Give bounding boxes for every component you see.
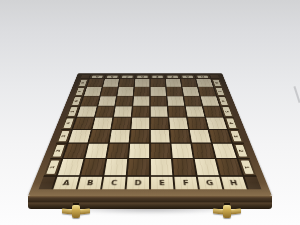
board-grid: ABCDEFGH8877665544332211ABCDEFGH [39, 75, 262, 189]
square-a4 [73, 118, 94, 129]
square-f8 [166, 79, 181, 87]
coordinate-text: F [171, 76, 174, 78]
square-d6 [133, 96, 149, 105]
square-b3 [89, 130, 110, 143]
coordinate-text: 2 [56, 149, 62, 152]
square-b4 [93, 118, 113, 129]
square-d1 [128, 159, 149, 175]
square-f7 [167, 87, 183, 95]
square-f4 [169, 118, 188, 129]
square-c1 [104, 159, 127, 175]
file-label-bottom-g: G [198, 177, 223, 190]
coordinate-text: 5 [70, 110, 75, 112]
square-d8 [135, 79, 150, 87]
square-b6 [98, 96, 116, 105]
square-a8 [87, 79, 104, 87]
square-f2 [171, 144, 192, 158]
rank-label-right-4: 4 [225, 118, 239, 129]
rank-label-right-5: 5 [221, 106, 234, 116]
coordinate-text: 5 [225, 110, 230, 112]
square-c4 [112, 118, 131, 129]
file-label-bottom-f: F [174, 177, 198, 190]
square-e1 [151, 159, 172, 175]
coordinate-text: 4 [229, 122, 234, 124]
square-h4 [206, 118, 227, 129]
rank-label-right-8: 8 [212, 79, 223, 87]
coordinate-text: 1 [50, 166, 56, 169]
square-f6 [167, 96, 184, 105]
square-c3 [110, 130, 130, 143]
square-g5 [186, 106, 205, 116]
coordinate-text: 3 [61, 135, 67, 137]
square-g2 [192, 144, 214, 158]
square-h2 [213, 144, 237, 158]
clasp-knob-icon [223, 205, 231, 218]
square-e3 [151, 130, 170, 143]
square-e2 [151, 144, 171, 158]
frame-corner [245, 177, 262, 190]
board-top-surface: ABCDEFGH8877665544332211ABCDEFGH [28, 73, 272, 196]
file-label-bottom-e: E [151, 177, 174, 190]
coordinate-text: A [96, 76, 99, 78]
brass-clasp-left [62, 203, 90, 218]
square-c2 [107, 144, 128, 158]
square-e8 [151, 79, 166, 87]
file-label-top-c: C [120, 75, 134, 78]
coordinate-text: 1 [244, 166, 250, 169]
square-b7 [101, 87, 118, 95]
square-e5 [151, 106, 168, 116]
file-label-bottom-h: H [221, 177, 247, 190]
square-h3 [209, 130, 231, 143]
coordinate-text: 6 [221, 100, 226, 102]
square-c5 [114, 106, 132, 116]
square-h7 [198, 87, 215, 95]
square-a1 [58, 159, 83, 175]
file-label-bottom-a: A [53, 177, 79, 190]
coordinate-text: 3 [233, 135, 239, 137]
square-g1 [195, 159, 219, 175]
coordinate-text: B [111, 76, 114, 78]
square-a5 [77, 106, 96, 116]
coordinate-text: D [141, 76, 144, 78]
coordinate-text: 4 [66, 122, 71, 124]
square-b1 [81, 159, 105, 175]
square-d4 [131, 118, 149, 129]
square-h5 [203, 106, 222, 116]
backdrop-artifact [293, 86, 300, 103]
frame-corner [210, 75, 219, 78]
coordinate-text: 7 [218, 91, 222, 93]
square-c6 [116, 96, 133, 105]
square-d2 [129, 144, 149, 158]
clasp-wing-icon [79, 208, 90, 214]
file-label-top-f: F [166, 75, 180, 78]
square-g8 [181, 79, 197, 87]
file-label-bottom-b: B [78, 177, 103, 190]
file-label-bottom-c: C [102, 177, 126, 190]
square-c8 [119, 79, 134, 87]
frame-corner [81, 75, 90, 78]
coordinate-text: E [156, 76, 159, 78]
file-label-top-a: A [90, 75, 105, 78]
square-c7 [117, 87, 133, 95]
clasp-wing-icon [230, 208, 241, 214]
rank-label-right-6: 6 [217, 96, 229, 105]
coordinate-text: 8 [215, 82, 219, 83]
rank-label-right-7: 7 [214, 87, 225, 95]
square-f3 [170, 130, 190, 143]
square-b5 [96, 106, 115, 116]
coordinate-text: 7 [78, 91, 82, 93]
square-a2 [64, 144, 88, 158]
square-g6 [184, 96, 202, 105]
coordinate-text: 8 [81, 82, 85, 83]
square-h6 [201, 96, 219, 105]
square-g3 [190, 130, 211, 143]
photo-backdrop: ABCDEFGH8877665544332211ABCDEFGH [0, 0, 300, 225]
coordinate-text: H [201, 76, 205, 78]
file-label-top-e: E [151, 75, 165, 78]
square-e6 [151, 96, 167, 105]
file-label-top-h: H [195, 75, 210, 78]
square-a7 [84, 87, 101, 95]
square-h1 [217, 159, 242, 175]
square-g4 [188, 118, 208, 129]
clasp-knob-icon [72, 205, 80, 218]
brass-clasp-right [213, 203, 241, 218]
file-label-bottom-d: D [127, 177, 150, 190]
file-label-top-d: D [135, 75, 149, 78]
square-b8 [103, 79, 119, 87]
coordinate-text: 6 [74, 100, 79, 102]
square-f5 [168, 106, 186, 116]
square-h8 [196, 79, 213, 87]
square-f1 [173, 159, 196, 175]
square-b2 [85, 144, 107, 158]
coordinate-text: 2 [238, 149, 244, 152]
coordinate-text: C [126, 76, 129, 78]
square-a6 [81, 96, 99, 105]
square-g7 [182, 87, 199, 95]
file-label-top-g: G [180, 75, 194, 78]
square-d7 [134, 87, 149, 95]
square-d3 [130, 130, 149, 143]
file-label-top-b: B [105, 75, 119, 78]
square-a3 [69, 130, 91, 143]
square-e7 [151, 87, 166, 95]
coordinate-text: G [186, 76, 189, 78]
square-e4 [151, 118, 169, 129]
square-d5 [132, 106, 149, 116]
